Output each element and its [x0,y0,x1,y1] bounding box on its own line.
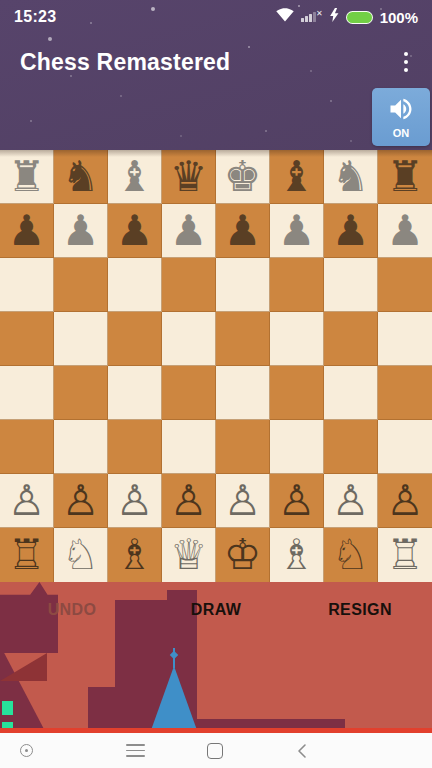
piece-white-pawn: ♙ [170,475,208,527]
square-e5[interactable] [216,312,270,366]
square-d3[interactable] [162,420,216,474]
square-g4[interactable] [324,366,378,420]
piece-white-pawn: ♙ [62,475,100,527]
square-e8[interactable]: ♚ [216,150,270,204]
square-b1[interactable]: ♘ [54,528,108,582]
square-c6[interactable] [108,258,162,312]
screenshot-circle-icon[interactable] [12,733,40,768]
square-e1[interactable]: ♔ [216,528,270,582]
square-c2[interactable]: ♙ [108,474,162,528]
square-a8[interactable]: ♜ [0,150,54,204]
square-h8[interactable]: ♜ [378,150,432,204]
speaker-on-icon [387,95,415,127]
square-f2[interactable]: ♙ [270,474,324,528]
square-d5[interactable] [162,312,216,366]
square-g2[interactable]: ♙ [324,474,378,528]
square-d4[interactable] [162,366,216,420]
square-c5[interactable] [108,312,162,366]
piece-black-pawn: ♟ [332,205,370,257]
page-title: Chess Remastered [20,49,230,76]
square-a2[interactable]: ♙ [0,474,54,528]
square-d2[interactable]: ♙ [162,474,216,528]
square-h3[interactable] [378,420,432,474]
piece-black-pawn: ♟ [170,205,208,257]
piece-white-pawn: ♙ [224,475,262,527]
menu-icon[interactable] [121,733,149,768]
piece-white-knight: ♘ [332,529,370,581]
piece-white-rook: ♖ [8,529,46,581]
square-c1[interactable]: ♗ [108,528,162,582]
square-b8[interactable]: ♞ [54,150,108,204]
square-d1[interactable]: ♕ [162,528,216,582]
sound-toggle-button[interactable]: ON [372,88,430,146]
square-f3[interactable] [270,420,324,474]
piece-black-knight: ♞ [62,151,100,203]
square-f7[interactable]: ♟ [270,204,324,258]
building-step [88,687,115,733]
piece-black-pawn: ♟ [386,205,424,257]
square-h1[interactable]: ♖ [378,528,432,582]
piece-white-pawn: ♙ [386,475,424,527]
square-e2[interactable]: ♙ [216,474,270,528]
square-a5[interactable] [0,312,54,366]
piece-white-pawn: ♙ [8,475,46,527]
square-b5[interactable] [54,312,108,366]
battery-icon [346,11,373,24]
square-h6[interactable] [378,258,432,312]
square-d8[interactable]: ♛ [162,150,216,204]
piece-black-king: ♚ [224,151,262,203]
square-e6[interactable] [216,258,270,312]
square-f8[interactable]: ♝ [270,150,324,204]
square-b6[interactable] [54,258,108,312]
square-g3[interactable] [324,420,378,474]
square-a1[interactable]: ♖ [0,528,54,582]
square-c3[interactable] [108,420,162,474]
square-c8[interactable]: ♝ [108,150,162,204]
battery-percent: 100% [380,9,418,26]
piece-black-queen: ♛ [170,151,208,203]
square-g5[interactable] [324,312,378,366]
piece-black-bishop: ♝ [116,151,154,203]
building-window [2,701,13,715]
square-c7[interactable]: ♟ [108,204,162,258]
resign-button[interactable]: RESIGN [288,584,432,636]
piece-white-pawn: ♙ [332,475,370,527]
action-bar: UNDO DRAW RESIGN [0,584,432,636]
square-h7[interactable]: ♟ [378,204,432,258]
square-e3[interactable] [216,420,270,474]
square-b4[interactable] [54,366,108,420]
signal-bars-no-service-icon: ✕ [301,12,323,22]
square-b3[interactable] [54,420,108,474]
home-icon[interactable] [201,733,229,768]
square-b7[interactable]: ♟ [54,204,108,258]
piece-black-pawn: ♟ [62,205,100,257]
square-g6[interactable] [324,258,378,312]
square-f4[interactable] [270,366,324,420]
wifi-icon [276,8,294,26]
kebab-menu-icon[interactable] [400,46,413,79]
piece-white-knight: ♘ [62,529,100,581]
app-bar: Chess Remastered [0,36,432,88]
piece-white-pawn: ♙ [116,475,154,527]
piece-black-rook: ♜ [8,151,46,203]
square-c4[interactable] [108,366,162,420]
chess-board: ♜♞♝♛♚♝♞♜♟♟♟♟♟♟♟♟♙♙♙♙♙♙♙♙♖♘♗♕♔♗♘♖ [0,150,432,582]
phone-screen: 15:23 ✕ 100% Chess Remastered ON ♜♞♝♛♚♝♞… [0,0,432,768]
square-h5[interactable] [378,312,432,366]
piece-black-rook: ♜ [386,151,424,203]
square-f5[interactable] [270,312,324,366]
square-h2[interactable]: ♙ [378,474,432,528]
square-g8[interactable]: ♞ [324,150,378,204]
undo-button[interactable]: UNDO [0,584,144,636]
piece-black-pawn: ♟ [224,205,262,257]
square-d6[interactable] [162,258,216,312]
square-f1[interactable]: ♗ [270,528,324,582]
piece-black-pawn: ♟ [278,205,316,257]
square-g1[interactable]: ♘ [324,528,378,582]
square-a3[interactable] [0,420,54,474]
draw-button[interactable]: DRAW [144,584,288,636]
piece-black-pawn: ♟ [116,205,154,257]
square-a4[interactable] [0,366,54,420]
piece-white-rook: ♖ [386,529,424,581]
navigation-bar [0,733,432,768]
square-e4[interactable] [216,366,270,420]
square-e7[interactable]: ♟ [216,204,270,258]
piece-black-knight: ♞ [332,151,370,203]
square-d7[interactable]: ♟ [162,204,216,258]
piece-white-bishop: ♗ [116,529,154,581]
square-g7[interactable]: ♟ [324,204,378,258]
square-f6[interactable] [270,258,324,312]
sound-state-label: ON [393,128,410,139]
back-icon[interactable] [288,733,316,768]
piece-white-pawn: ♙ [278,475,316,527]
piece-white-queen: ♕ [170,529,208,581]
charging-bolt-icon [330,8,339,26]
spire-antenna [173,648,175,668]
piece-black-pawn: ♟ [8,205,46,257]
square-a6[interactable] [0,258,54,312]
square-h4[interactable] [378,366,432,420]
square-b2[interactable]: ♙ [54,474,108,528]
status-bar: 15:23 ✕ 100% [0,0,432,34]
piece-black-bishop: ♝ [278,151,316,203]
square-a7[interactable]: ♟ [0,204,54,258]
clock: 15:23 [14,8,56,26]
piece-white-bishop: ♗ [278,529,316,581]
piece-white-king: ♔ [224,529,262,581]
